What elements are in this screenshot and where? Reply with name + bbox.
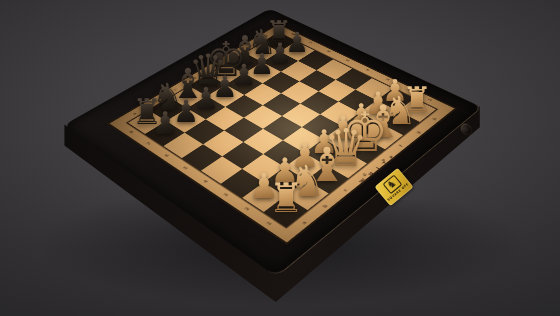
file-label-c-near: c xyxy=(338,185,352,195)
chessboard-surface: aabbccddeeffgghh1122334455667788 WHITE xyxy=(107,23,457,245)
square-a5 xyxy=(182,144,223,171)
square-a2 xyxy=(242,182,285,212)
rank-label-3-left: 3 xyxy=(219,190,233,200)
square-c5 xyxy=(224,118,263,143)
square-c4 xyxy=(243,129,283,155)
square-b5 xyxy=(203,131,243,157)
square-a6 xyxy=(163,132,203,158)
file-label-h-near: h xyxy=(428,115,440,123)
rank-label-2-left: 2 xyxy=(240,204,255,214)
square-e3 xyxy=(302,114,341,139)
rank-label-1-left: 1 xyxy=(262,218,277,229)
surface-light-sheen xyxy=(110,25,455,243)
square-d4 xyxy=(263,116,302,141)
square-c1 xyxy=(306,165,348,194)
scene-3d: aabbccddeeffgghh1122334455667788 WHITE xyxy=(0,0,560,316)
file-label-f-near: f xyxy=(394,141,407,150)
file-label-d-near: d xyxy=(358,170,371,180)
square-f2 xyxy=(341,113,380,137)
square-a7 xyxy=(145,121,184,146)
square-d2 xyxy=(304,139,345,165)
square-b2 xyxy=(263,167,305,196)
file-label-e-near: e xyxy=(376,155,389,164)
file-label-a-near: a xyxy=(297,217,312,228)
square-b1 xyxy=(285,180,328,210)
square-b3 xyxy=(242,154,283,182)
rank-label-8-left: 8 xyxy=(124,128,137,136)
square-d1 xyxy=(325,151,366,178)
rank-label-4-left: 4 xyxy=(198,176,212,186)
product-photo-stage: aabbccddeeffgghh1122334455667788 WHITE ♞… xyxy=(0,0,560,316)
rank-label-7-left: 7 xyxy=(142,139,156,148)
file-label-b-near: b xyxy=(318,201,332,211)
square-e1 xyxy=(344,137,385,163)
square-f1 xyxy=(363,124,403,149)
square-e2 xyxy=(323,125,363,150)
square-c2 xyxy=(284,153,325,180)
square-a1 xyxy=(264,196,308,227)
rank-label-5-left: 5 xyxy=(179,163,193,172)
square-b6 xyxy=(184,119,223,144)
square-g1 xyxy=(380,111,419,135)
square-d3 xyxy=(283,127,323,152)
board-frame-top: aabbccddeeffgghh1122334455667788 WHITE xyxy=(63,8,483,277)
square-a3 xyxy=(221,169,263,198)
file-label-g-near: g xyxy=(412,128,424,136)
square-b4 xyxy=(222,142,263,169)
square-c3 xyxy=(263,141,304,167)
square-a4 xyxy=(201,156,242,184)
rank-label-6-left: 6 xyxy=(160,151,174,160)
